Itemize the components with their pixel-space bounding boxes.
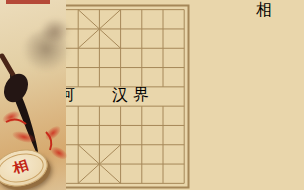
decor-piece-left-glyph: 相 [11,157,32,178]
river-label-right: 汉 界 [112,85,149,104]
right-decor-panel: 相 [256,0,304,190]
video-thumbnail: 楚 河 汉 界 車馬象士將士象馬車炮炮卒卒卒卒卒兵兵兵兵兵炮炮車馬相仕帥仕相馬車… [0,0,304,190]
left-decor-panel: 相 [0,0,66,190]
golden-sky [256,0,304,102]
